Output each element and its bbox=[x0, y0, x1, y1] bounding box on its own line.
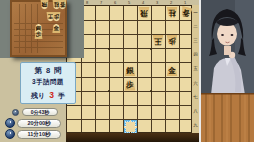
clock-icon bbox=[5, 129, 15, 139]
timer-2-value: 20分00秒 bbox=[17, 119, 61, 128]
shogi-piece-金[interactable]: 金 bbox=[166, 64, 178, 77]
board-grid-line bbox=[123, 6, 124, 132]
shogi-piece-銀[interactable]: 銀 bbox=[124, 64, 136, 77]
problem-panel: 第 8 問 3手詰問題 残り 3 手 bbox=[20, 62, 76, 104]
timer-bar-1: 0分43秒 bbox=[12, 108, 58, 116]
rank-label-二: 二 bbox=[192, 19, 199, 33]
board-grid-line bbox=[67, 34, 191, 35]
rank-label-九: 九 bbox=[192, 119, 199, 133]
rank-label-五: 五 bbox=[192, 62, 199, 76]
board-grid-line bbox=[67, 62, 191, 63]
clock-icon bbox=[5, 118, 15, 128]
remaining-value: 3 bbox=[49, 90, 54, 100]
problem-number-row: 第 8 問 bbox=[21, 66, 75, 76]
board-grid-line bbox=[67, 105, 191, 106]
board-grid-line bbox=[137, 6, 138, 132]
timer-1-value: 0分43秒 bbox=[22, 108, 58, 116]
rank-label-一: 一 bbox=[192, 5, 199, 19]
clock-icon bbox=[12, 109, 19, 116]
main-shogi-board[interactable]: 飛桂香王歩銀金歩 bbox=[66, 5, 192, 133]
board-grid-line bbox=[67, 48, 191, 49]
problem-type-label: 3手詰問題 bbox=[21, 78, 75, 87]
hoshi-dot bbox=[150, 90, 152, 92]
problem-number-value: 8 bbox=[46, 66, 50, 75]
timer-3-value: 11分10秒 bbox=[17, 130, 61, 139]
rank-label-六: 六 bbox=[192, 76, 199, 90]
board-grid-line bbox=[165, 6, 166, 132]
rank-label-七: 七 bbox=[192, 90, 199, 104]
remaining-unit: 手 bbox=[58, 91, 65, 101]
hoshi-dot bbox=[108, 90, 110, 92]
shogi-piece-歩[interactable]: 歩 bbox=[124, 78, 136, 91]
tsume-shogi-screen: 987654321 飛桂香王歩銀金歩 一二三四五六七八九 飛桂香王歩銀金歩 第 … bbox=[0, 0, 254, 142]
presenter-illustration bbox=[201, 0, 254, 142]
board-grid-line bbox=[95, 6, 96, 132]
board-grid-line bbox=[179, 6, 180, 132]
remaining-label: 残り bbox=[31, 91, 45, 101]
rank-label-三: 三 bbox=[192, 33, 199, 47]
selection-cursor[interactable] bbox=[124, 120, 137, 134]
shogi-piece-歩[interactable]: 歩 bbox=[166, 35, 178, 48]
board-grid-line bbox=[67, 77, 191, 78]
board-grid-line bbox=[151, 6, 152, 132]
shogi-piece-桂[interactable]: 桂 bbox=[166, 7, 178, 20]
timer-bar-3: 11分10秒 bbox=[5, 129, 61, 139]
remaining-moves-row: 残り 3 手 bbox=[21, 90, 75, 101]
mini-problem-board: 飛桂香王歩銀金歩 bbox=[10, 0, 67, 57]
board-grid-line bbox=[67, 20, 191, 21]
problem-number-prefix: 第 bbox=[34, 66, 42, 76]
rank-label-四: 四 bbox=[192, 48, 199, 62]
board-rank-labels: 一二三四五六七八九 bbox=[192, 5, 199, 133]
presenter-photo bbox=[199, 0, 254, 142]
shogi-piece-王[interactable]: 王 bbox=[152, 35, 164, 48]
problem-number-suffix: 問 bbox=[54, 66, 62, 76]
shogi-piece-飛[interactable]: 飛 bbox=[138, 7, 150, 20]
timer-bar-2: 20分00秒 bbox=[5, 118, 61, 128]
hoshi-dot bbox=[150, 48, 152, 50]
hoshi-dot bbox=[108, 48, 110, 50]
board-grid-line bbox=[109, 6, 110, 132]
board-bottom-frame bbox=[66, 133, 199, 142]
rank-label-八: 八 bbox=[192, 105, 199, 119]
board-grid-line bbox=[67, 91, 191, 92]
